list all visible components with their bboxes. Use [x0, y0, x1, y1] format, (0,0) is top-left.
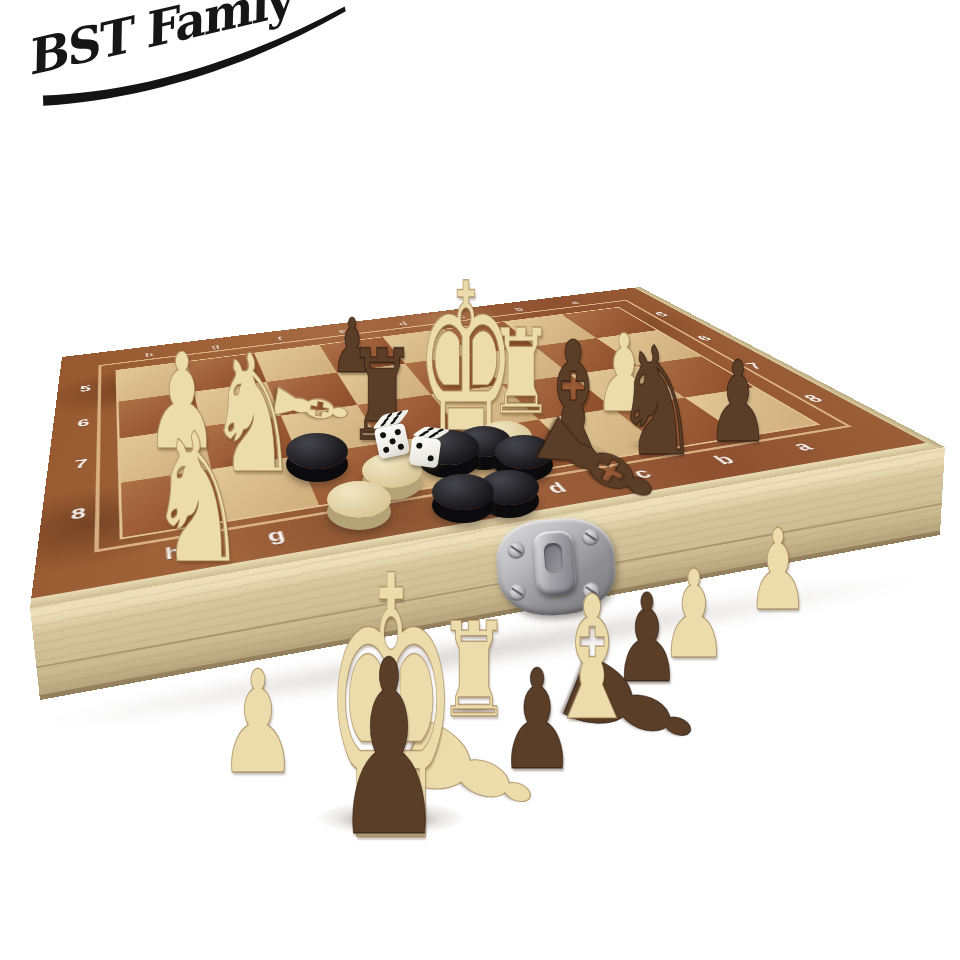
file-label-front-g: g: [265, 525, 288, 547]
die-pip: [379, 431, 386, 438]
rank-label-left-8: 8: [70, 504, 86, 523]
die-pip: [398, 443, 405, 450]
die-face-front: [374, 423, 411, 460]
front-piece-light-pawn: ♟: [747, 514, 809, 626]
die-pip: [427, 455, 434, 462]
die-pip: [382, 447, 389, 454]
die-face-front: [409, 436, 442, 469]
board-piece-dark-pawn: ♟: [707, 346, 769, 458]
brand-logo: BST Famly ®: [20, 0, 362, 119]
rank-label-left-5: 5: [79, 383, 91, 394]
front-piece-dark-pawn: ♟: [335, 628, 443, 870]
die-pip: [416, 442, 423, 449]
rank-label-left-7: 7: [74, 456, 88, 472]
product-photo-scene: BST Famly ® 56785678hgfedcbahgfedcba ♟♞♝…: [0, 0, 960, 960]
die-top-6-front-2: [409, 436, 442, 469]
rank-label-left-6: 6: [77, 417, 90, 430]
file-label-front-a: a: [786, 439, 819, 455]
die-pip: [388, 437, 395, 444]
board-piece-light-knight: ♞: [148, 410, 248, 589]
die-top-6-front-5: [374, 423, 411, 460]
front-piece-light-pawn: ♟: [219, 652, 298, 794]
die-pip: [394, 428, 401, 435]
file-label-back-a: a: [568, 300, 581, 305]
